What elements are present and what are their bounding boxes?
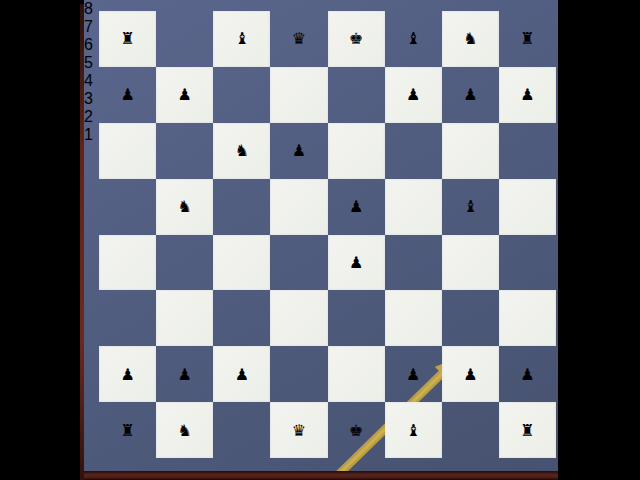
square-h2[interactable]: ♟ bbox=[499, 346, 556, 402]
square-c7[interactable] bbox=[213, 67, 270, 123]
square-f4[interactable] bbox=[385, 235, 442, 291]
black-pawn: ♟ bbox=[406, 85, 420, 104]
square-c1[interactable] bbox=[213, 402, 270, 458]
white-pawn: ♟ bbox=[120, 365, 134, 384]
square-e8[interactable]: ♚ bbox=[328, 11, 385, 67]
square-d3[interactable] bbox=[270, 290, 327, 346]
square-e4[interactable]: ♟ bbox=[328, 235, 385, 291]
chess-app-stage: 87654321 ♜♝♛♚♝♞♜♟♟♟♟♟♞♟♞♟♝♟♟♟♟♟♟♟♜♞♛♚♝♜ … bbox=[0, 0, 640, 480]
black-rook: ♜ bbox=[520, 29, 534, 48]
white-pawn: ♟ bbox=[349, 253, 363, 272]
square-b3[interactable] bbox=[156, 290, 213, 346]
white-pawn: ♟ bbox=[235, 365, 249, 384]
square-e2[interactable] bbox=[328, 346, 385, 402]
square-a2[interactable]: ♟ bbox=[99, 346, 156, 402]
square-h1[interactable]: ♜ bbox=[499, 402, 556, 458]
black-pawn: ♟ bbox=[292, 141, 306, 160]
square-g1[interactable] bbox=[442, 402, 499, 458]
square-c6[interactable]: ♞ bbox=[213, 123, 270, 179]
square-a3[interactable] bbox=[99, 290, 156, 346]
square-g4[interactable] bbox=[442, 235, 499, 291]
square-f6[interactable] bbox=[385, 123, 442, 179]
square-g3[interactable] bbox=[442, 290, 499, 346]
square-d1[interactable]: ♛ bbox=[270, 402, 327, 458]
square-g5[interactable]: ♝ bbox=[442, 179, 499, 235]
square-a1[interactable]: ♜ bbox=[99, 402, 156, 458]
square-h4[interactable] bbox=[499, 235, 556, 291]
chess-board: ♜♝♛♚♝♞♜♟♟♟♟♟♞♟♞♟♝♟♟♟♟♟♟♟♜♞♛♚♝♜ bbox=[99, 11, 556, 458]
black-knight: ♞ bbox=[235, 141, 249, 160]
square-h3[interactable] bbox=[499, 290, 556, 346]
black-bishop: ♝ bbox=[235, 29, 249, 48]
black-pawn: ♟ bbox=[349, 197, 363, 216]
square-f7[interactable]: ♟ bbox=[385, 67, 442, 123]
white-bishop: ♝ bbox=[406, 421, 420, 440]
white-rook: ♜ bbox=[520, 421, 534, 440]
square-c3[interactable] bbox=[213, 290, 270, 346]
square-a4[interactable] bbox=[99, 235, 156, 291]
square-b1[interactable]: ♞ bbox=[156, 402, 213, 458]
square-f5[interactable] bbox=[385, 179, 442, 235]
white-pawn: ♟ bbox=[178, 365, 192, 384]
black-pawn: ♟ bbox=[520, 85, 534, 104]
white-pawn: ♟ bbox=[463, 365, 477, 384]
square-e3[interactable] bbox=[328, 290, 385, 346]
square-d7[interactable] bbox=[270, 67, 327, 123]
square-h5[interactable] bbox=[499, 179, 556, 235]
white-king: ♚ bbox=[349, 421, 363, 440]
square-f3[interactable] bbox=[385, 290, 442, 346]
square-f1[interactable]: ♝ bbox=[385, 402, 442, 458]
square-d2[interactable] bbox=[270, 346, 327, 402]
square-b7[interactable]: ♟ bbox=[156, 67, 213, 123]
square-g2[interactable]: ♟ bbox=[442, 346, 499, 402]
square-g8[interactable]: ♞ bbox=[442, 11, 499, 67]
square-a8[interactable]: ♜ bbox=[99, 11, 156, 67]
square-d5[interactable] bbox=[270, 179, 327, 235]
square-h7[interactable]: ♟ bbox=[499, 67, 556, 123]
square-a7[interactable]: ♟ bbox=[99, 67, 156, 123]
square-h6[interactable] bbox=[499, 123, 556, 179]
square-c8[interactable]: ♝ bbox=[213, 11, 270, 67]
square-b8[interactable] bbox=[156, 11, 213, 67]
square-c5[interactable] bbox=[213, 179, 270, 235]
square-f8[interactable]: ♝ bbox=[385, 11, 442, 67]
square-c2[interactable]: ♟ bbox=[213, 346, 270, 402]
square-e7[interactable] bbox=[328, 67, 385, 123]
black-king: ♚ bbox=[349, 29, 363, 48]
square-d4[interactable] bbox=[270, 235, 327, 291]
square-d6[interactable]: ♟ bbox=[270, 123, 327, 179]
square-g7[interactable]: ♟ bbox=[442, 67, 499, 123]
white-rook: ♜ bbox=[120, 421, 134, 440]
square-b4[interactable] bbox=[156, 235, 213, 291]
square-g6[interactable] bbox=[442, 123, 499, 179]
square-a6[interactable] bbox=[99, 123, 156, 179]
square-c4[interactable] bbox=[213, 235, 270, 291]
square-f2[interactable]: ♟ bbox=[385, 346, 442, 402]
black-rook: ♜ bbox=[120, 29, 134, 48]
square-d8[interactable]: ♛ bbox=[270, 11, 327, 67]
white-knight: ♞ bbox=[178, 421, 192, 440]
white-pawn: ♟ bbox=[520, 365, 534, 384]
square-b2[interactable]: ♟ bbox=[156, 346, 213, 402]
square-h8[interactable]: ♜ bbox=[499, 11, 556, 67]
black-pawn: ♟ bbox=[463, 85, 477, 104]
white-pawn: ♟ bbox=[406, 365, 420, 384]
white-bishop: ♝ bbox=[463, 197, 477, 216]
black-bishop: ♝ bbox=[406, 29, 420, 48]
board-wood-edge-bottom bbox=[84, 471, 558, 480]
white-queen: ♛ bbox=[292, 421, 306, 440]
square-b6[interactable] bbox=[156, 123, 213, 179]
black-queen: ♛ bbox=[292, 29, 306, 48]
square-e5[interactable]: ♟ bbox=[328, 179, 385, 235]
square-e1[interactable]: ♚ bbox=[328, 402, 385, 458]
square-e6[interactable] bbox=[328, 123, 385, 179]
square-b5[interactable]: ♞ bbox=[156, 179, 213, 235]
black-pawn: ♟ bbox=[120, 85, 134, 104]
black-knight: ♞ bbox=[463, 29, 477, 48]
white-knight: ♞ bbox=[178, 197, 192, 216]
black-pawn: ♟ bbox=[178, 85, 192, 104]
chess-board-frame: 87654321 ♜♝♛♚♝♞♜♟♟♟♟♟♞♟♞♟♝♟♟♟♟♟♟♟♜♞♛♚♝♜ … bbox=[84, 0, 558, 471]
square-a5[interactable] bbox=[99, 179, 156, 235]
